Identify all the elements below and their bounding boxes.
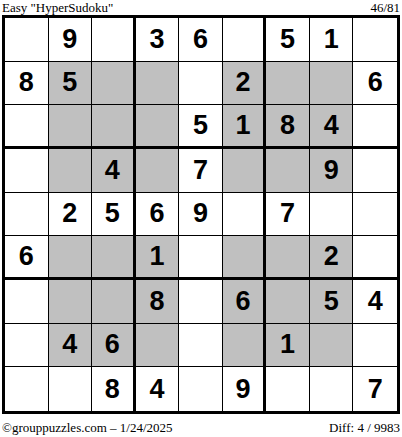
cell-r7c1[interactable] xyxy=(5,280,49,324)
cell-r5c9[interactable] xyxy=(353,193,397,237)
cell-r8c3[interactable]: 6 xyxy=(92,324,136,368)
cell-r6c8[interactable]: 2 xyxy=(310,236,354,280)
cell-r4c2[interactable] xyxy=(49,149,93,193)
header: Easy "HyperSudoku" 46/81 xyxy=(0,0,402,15)
sudoku-board: 93651852651844792569761286544618497 xyxy=(2,15,400,414)
cell-r1c2[interactable]: 9 xyxy=(49,18,93,62)
cell-r3c5[interactable]: 5 xyxy=(179,105,223,149)
cell-r2c9[interactable]: 6 xyxy=(353,62,397,106)
cell-r2c8[interactable] xyxy=(310,62,354,106)
cell-r2c4[interactable] xyxy=(136,62,180,106)
cell-r5c4[interactable]: 6 xyxy=(136,193,180,237)
cell-r9c6[interactable]: 9 xyxy=(223,367,267,411)
cell-r3c8[interactable]: 4 xyxy=(310,105,354,149)
cell-r8c1[interactable] xyxy=(5,324,49,368)
cell-r5c2[interactable]: 2 xyxy=(49,193,93,237)
cell-r2c2[interactable]: 5 xyxy=(49,62,93,106)
cell-r6c5[interactable] xyxy=(179,236,223,280)
puzzle-page: Easy "HyperSudoku" 46/81 936518526518447… xyxy=(0,0,402,437)
cell-r5c6[interactable] xyxy=(223,193,267,237)
cell-r6c1[interactable]: 6 xyxy=(5,236,49,280)
cell-r8c4[interactable] xyxy=(136,324,180,368)
cell-r7c2[interactable] xyxy=(49,280,93,324)
cell-r9c5[interactable] xyxy=(179,367,223,411)
cell-r9c2[interactable] xyxy=(49,367,93,411)
footer: ©grouppuzzles.com – 1/24/2025 Diff: 4 / … xyxy=(0,420,402,435)
cell-r1c4[interactable]: 3 xyxy=(136,18,180,62)
cell-r3c4[interactable] xyxy=(136,105,180,149)
copyright-date: ©grouppuzzles.com – 1/24/2025 xyxy=(2,420,173,435)
cell-r9c9[interactable]: 7 xyxy=(353,367,397,411)
cell-r1c6[interactable] xyxy=(223,18,267,62)
cell-r2c6[interactable]: 2 xyxy=(223,62,267,106)
cell-r7c3[interactable] xyxy=(92,280,136,324)
cell-r6c6[interactable] xyxy=(223,236,267,280)
cell-r8c2[interactable]: 4 xyxy=(49,324,93,368)
cell-r6c3[interactable] xyxy=(92,236,136,280)
cell-r3c6[interactable]: 1 xyxy=(223,105,267,149)
cell-r3c9[interactable] xyxy=(353,105,397,149)
cell-r1c9[interactable] xyxy=(353,18,397,62)
cell-r4c9[interactable] xyxy=(353,149,397,193)
cell-r3c2[interactable] xyxy=(49,105,93,149)
cell-r6c9[interactable] xyxy=(353,236,397,280)
cell-r4c4[interactable] xyxy=(136,149,180,193)
cell-r4c5[interactable]: 7 xyxy=(179,149,223,193)
cell-r4c3[interactable]: 4 xyxy=(92,149,136,193)
cell-r3c3[interactable] xyxy=(92,105,136,149)
difficulty-label: Diff: 4 / 9983 xyxy=(329,420,400,435)
cell-r8c7[interactable]: 1 xyxy=(266,324,310,368)
cell-r3c7[interactable]: 8 xyxy=(266,105,310,149)
cell-r8c9[interactable] xyxy=(353,324,397,368)
cell-r1c7[interactable]: 5 xyxy=(266,18,310,62)
cell-r2c3[interactable] xyxy=(92,62,136,106)
cell-r5c5[interactable]: 9 xyxy=(179,193,223,237)
cell-r3c1[interactable] xyxy=(5,105,49,149)
cell-r2c1[interactable]: 8 xyxy=(5,62,49,106)
cell-r6c4[interactable]: 1 xyxy=(136,236,180,280)
cell-r7c4[interactable]: 8 xyxy=(136,280,180,324)
cell-r5c8[interactable] xyxy=(310,193,354,237)
cell-r9c3[interactable]: 8 xyxy=(92,367,136,411)
cell-r6c7[interactable] xyxy=(266,236,310,280)
cell-r4c8[interactable]: 9 xyxy=(310,149,354,193)
cell-r8c6[interactable] xyxy=(223,324,267,368)
cell-r1c5[interactable]: 6 xyxy=(179,18,223,62)
cell-r2c5[interactable] xyxy=(179,62,223,106)
cell-r7c6[interactable]: 6 xyxy=(223,280,267,324)
cell-r7c5[interactable] xyxy=(179,280,223,324)
puzzle-title: Easy "HyperSudoku" xyxy=(2,1,113,15)
cell-r4c1[interactable] xyxy=(5,149,49,193)
cell-r9c8[interactable] xyxy=(310,367,354,411)
cell-r9c1[interactable] xyxy=(5,367,49,411)
cell-r5c3[interactable]: 5 xyxy=(92,193,136,237)
cell-r1c8[interactable]: 1 xyxy=(310,18,354,62)
cell-r4c6[interactable] xyxy=(223,149,267,193)
blank-count: 46/81 xyxy=(370,1,400,15)
cell-r7c8[interactable]: 5 xyxy=(310,280,354,324)
cell-r1c3[interactable] xyxy=(92,18,136,62)
cell-r8c8[interactable] xyxy=(310,324,354,368)
cell-r5c1[interactable] xyxy=(5,193,49,237)
cell-r1c1[interactable] xyxy=(5,18,49,62)
cell-r7c9[interactable]: 4 xyxy=(353,280,397,324)
cell-r5c7[interactable]: 7 xyxy=(266,193,310,237)
cell-r4c7[interactable] xyxy=(266,149,310,193)
cell-r2c7[interactable] xyxy=(266,62,310,106)
cell-r7c7[interactable] xyxy=(266,280,310,324)
cell-r9c7[interactable] xyxy=(266,367,310,411)
cell-r6c2[interactable] xyxy=(49,236,93,280)
cell-r9c4[interactable]: 4 xyxy=(136,367,180,411)
cell-r8c5[interactable] xyxy=(179,324,223,368)
